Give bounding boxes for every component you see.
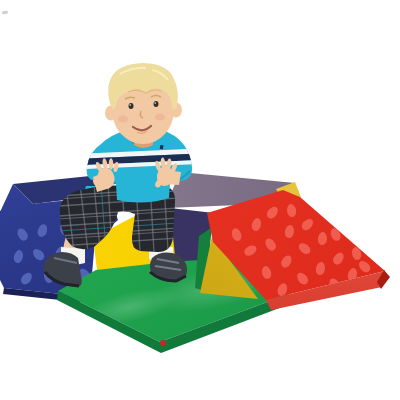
- child-eye-glint: [154, 102, 156, 104]
- child-eye-glint: [129, 104, 131, 106]
- child-right-cheek: [155, 114, 165, 121]
- product-photo: [0, 0, 400, 400]
- red-dot-artifact: [160, 340, 166, 346]
- child-left-cheek: [118, 116, 128, 123]
- child-shirt-logo: [160, 145, 164, 149]
- child: [0, 0, 400, 400]
- child-right-eye: [154, 101, 159, 107]
- child-left-shoe: [43, 252, 82, 287]
- child-left-eye: [129, 103, 134, 109]
